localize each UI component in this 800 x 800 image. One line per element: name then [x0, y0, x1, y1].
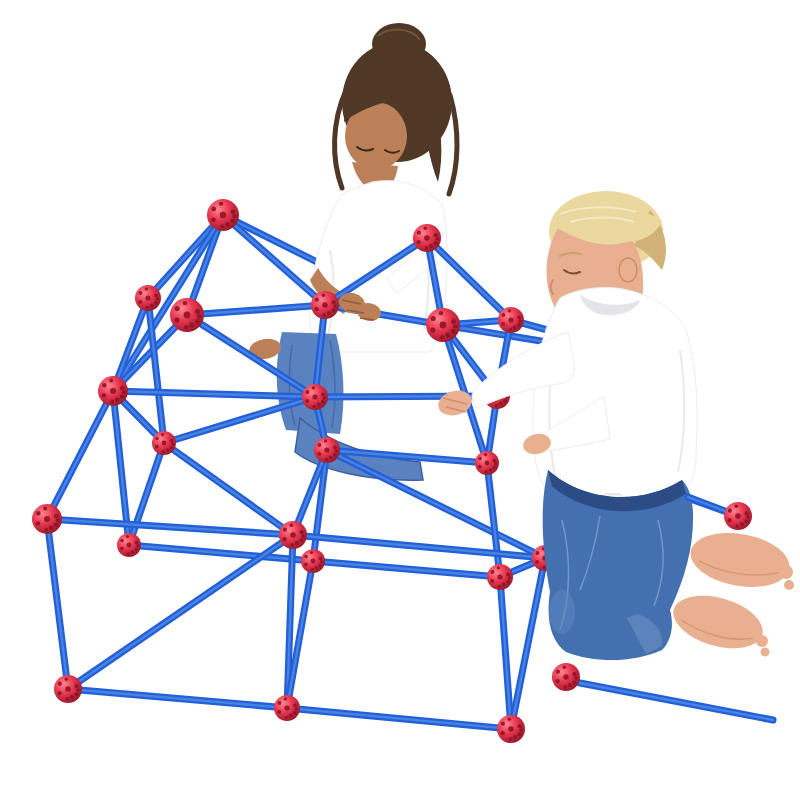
connector-ball — [302, 384, 328, 410]
blue-rod — [511, 558, 545, 729]
boy-ear — [619, 258, 637, 282]
connector-ball — [135, 285, 161, 311]
boy-toes-upper — [779, 565, 793, 579]
blue-rod — [68, 689, 287, 708]
blue-rod — [47, 519, 293, 535]
fort-structure — [32, 199, 582, 743]
connector-ball — [497, 715, 525, 743]
connector-ball — [426, 308, 460, 342]
connector-ball — [475, 451, 499, 475]
connector-ball — [152, 431, 176, 455]
blue-rod — [500, 577, 511, 729]
blue-rod — [47, 519, 68, 689]
boy-toes-lower — [756, 635, 768, 647]
boy-jeans-knee-highlight — [549, 590, 575, 634]
scene-canvas — [0, 0, 800, 800]
boy-toe — [761, 648, 770, 657]
connector-ball — [117, 533, 141, 557]
blue-rod — [47, 391, 113, 519]
boy-toe — [784, 580, 794, 590]
connector-ball — [487, 564, 513, 590]
connector-ball — [413, 224, 441, 252]
blue-rod — [287, 708, 511, 729]
boy-foot-lower — [667, 586, 769, 657]
connector-ball — [170, 298, 204, 332]
blue-rod — [129, 545, 313, 561]
connector-ball — [98, 376, 128, 406]
connector-ball — [311, 291, 339, 319]
blue-rod — [68, 535, 293, 689]
blue-rod — [313, 561, 500, 577]
boy-foot-upper — [686, 526, 794, 595]
connector-ball — [32, 504, 62, 534]
connector-ball — [552, 663, 580, 691]
connector-ball — [54, 675, 82, 703]
product-photo — [0, 0, 800, 800]
connector-ball — [279, 521, 307, 549]
blue-rod — [164, 443, 293, 535]
blue-rod — [580, 683, 773, 720]
connector-ball — [724, 502, 752, 530]
blue-rod — [487, 463, 500, 577]
blue-rod — [113, 215, 223, 391]
connector-ball — [498, 307, 524, 333]
connector-ball — [274, 695, 300, 721]
connector-ball — [301, 549, 325, 573]
connector-ball — [207, 199, 239, 231]
connector-ball — [314, 437, 340, 463]
